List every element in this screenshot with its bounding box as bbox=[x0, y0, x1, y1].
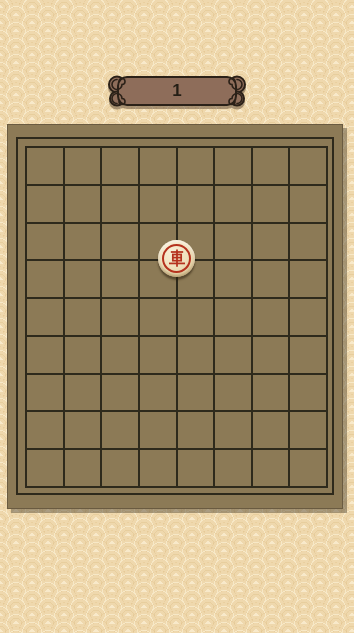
board-cell[interactable] bbox=[27, 337, 63, 373]
board-cell[interactable] bbox=[215, 299, 251, 335]
board-cell[interactable] bbox=[65, 299, 101, 335]
board-cell[interactable] bbox=[102, 261, 138, 297]
board-cell[interactable] bbox=[178, 148, 214, 184]
board-cell[interactable] bbox=[140, 186, 176, 222]
board-cell[interactable] bbox=[178, 450, 214, 486]
board-cell[interactable] bbox=[102, 299, 138, 335]
board-cell[interactable] bbox=[290, 148, 326, 184]
board-cell[interactable] bbox=[65, 186, 101, 222]
board-cell[interactable] bbox=[253, 224, 289, 260]
board-cell[interactable] bbox=[27, 412, 63, 448]
board-cell[interactable] bbox=[290, 299, 326, 335]
board-cell[interactable] bbox=[102, 186, 138, 222]
board-cell[interactable] bbox=[253, 148, 289, 184]
app-screen: 1 車 bbox=[0, 0, 354, 633]
board-cell[interactable] bbox=[65, 450, 101, 486]
board-cell[interactable] bbox=[290, 375, 326, 411]
board-cell[interactable] bbox=[27, 261, 63, 297]
board-grid bbox=[25, 146, 328, 488]
red-chariot-piece[interactable]: 車 bbox=[158, 240, 195, 277]
board-cell[interactable] bbox=[65, 412, 101, 448]
board-cell[interactable] bbox=[27, 375, 63, 411]
board-cell[interactable] bbox=[27, 224, 63, 260]
board-cell[interactable] bbox=[102, 450, 138, 486]
board-cell[interactable] bbox=[27, 450, 63, 486]
board-cell[interactable] bbox=[65, 261, 101, 297]
board-cell[interactable] bbox=[253, 337, 289, 373]
board-cell[interactable] bbox=[140, 337, 176, 373]
board-cell[interactable] bbox=[215, 261, 251, 297]
board-cell[interactable] bbox=[102, 224, 138, 260]
board-cell[interactable] bbox=[65, 375, 101, 411]
board-cell[interactable] bbox=[65, 224, 101, 260]
board-cell[interactable] bbox=[253, 186, 289, 222]
board-cell[interactable] bbox=[140, 375, 176, 411]
board-cell[interactable] bbox=[178, 186, 214, 222]
board-cell[interactable] bbox=[178, 299, 214, 335]
board-cell[interactable] bbox=[140, 148, 176, 184]
board-cell[interactable] bbox=[27, 148, 63, 184]
piece-ring: 車 bbox=[162, 244, 191, 273]
board-cell[interactable] bbox=[27, 299, 63, 335]
board-cell[interactable] bbox=[253, 261, 289, 297]
board-cell[interactable] bbox=[290, 337, 326, 373]
board-cell[interactable] bbox=[215, 412, 251, 448]
board-cell[interactable] bbox=[140, 412, 176, 448]
board-cell[interactable] bbox=[65, 337, 101, 373]
xiangqi-board[interactable]: 車 bbox=[7, 124, 343, 509]
board-cell[interactable] bbox=[215, 148, 251, 184]
board-cell[interactable] bbox=[215, 224, 251, 260]
board-cell[interactable] bbox=[290, 224, 326, 260]
board-cell[interactable] bbox=[290, 450, 326, 486]
board-cell[interactable] bbox=[27, 186, 63, 222]
board-cell[interactable] bbox=[290, 412, 326, 448]
board-cell[interactable] bbox=[215, 337, 251, 373]
level-number: 1 bbox=[105, 82, 249, 100]
board-cell[interactable] bbox=[253, 412, 289, 448]
board-cell[interactable] bbox=[178, 375, 214, 411]
board-cell[interactable] bbox=[290, 186, 326, 222]
board-cell[interactable] bbox=[102, 375, 138, 411]
board-cell[interactable] bbox=[65, 148, 101, 184]
chariot-glyph-icon bbox=[167, 248, 187, 268]
board-cell[interactable] bbox=[253, 375, 289, 411]
board-cell[interactable] bbox=[178, 337, 214, 373]
board-cell[interactable] bbox=[102, 148, 138, 184]
board-cell[interactable] bbox=[102, 337, 138, 373]
board-cell[interactable] bbox=[215, 450, 251, 486]
board-cell[interactable] bbox=[253, 450, 289, 486]
board-cell[interactable] bbox=[178, 412, 214, 448]
board-cell[interactable] bbox=[140, 450, 176, 486]
board-cell[interactable] bbox=[140, 299, 176, 335]
board-cell[interactable] bbox=[215, 186, 251, 222]
board-cell[interactable] bbox=[215, 375, 251, 411]
level-banner: 1 bbox=[105, 74, 249, 114]
board-cell[interactable] bbox=[102, 412, 138, 448]
board-cell[interactable] bbox=[253, 299, 289, 335]
board-cell[interactable] bbox=[290, 261, 326, 297]
